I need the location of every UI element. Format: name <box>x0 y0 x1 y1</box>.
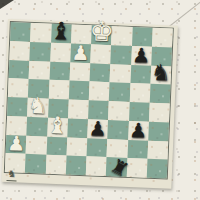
square-c5[interactable] <box>48 80 69 100</box>
square-d2[interactable] <box>66 137 87 157</box>
square-a6[interactable] <box>9 60 30 80</box>
square-f6[interactable] <box>110 64 131 84</box>
square-a8[interactable] <box>10 22 31 42</box>
square-c2[interactable] <box>46 136 67 156</box>
square-f4[interactable] <box>108 101 129 121</box>
square-c7[interactable] <box>50 42 71 62</box>
square-a7[interactable] <box>9 41 30 61</box>
square-g7[interactable]: ♟ <box>131 46 152 66</box>
piece-white-pawn[interactable]: ♟ <box>7 133 26 154</box>
square-g2[interactable] <box>127 139 148 159</box>
square-g3[interactable]: ♟ <box>128 121 149 141</box>
photo-corner-shadow <box>0 0 14 9</box>
square-h4[interactable] <box>149 103 170 123</box>
square-e8[interactable]: ♚ <box>91 25 112 45</box>
piece-white-king[interactable]: ♚ <box>89 17 114 45</box>
piece-black-knight[interactable]: ♞ <box>151 62 172 85</box>
piece-white-bishop[interactable]: ♝ <box>47 113 69 137</box>
square-b4[interactable]: ♞ <box>27 98 48 118</box>
square-f8[interactable] <box>111 26 132 46</box>
square-c1[interactable] <box>45 155 66 175</box>
square-a5[interactable] <box>8 78 29 98</box>
square-c8[interactable]: ♝ <box>51 24 72 44</box>
piece-black-bishop[interactable]: ♝ <box>50 18 72 43</box>
square-f1[interactable]: ♜ <box>106 157 127 177</box>
square-b1[interactable] <box>25 154 46 174</box>
logo-text-line <box>6 180 16 182</box>
board-grid: ♝♚♟♟♞♞♝♟♟♟♜ <box>5 22 173 178</box>
square-b6[interactable] <box>29 60 50 80</box>
square-h5[interactable] <box>150 84 171 104</box>
square-a2[interactable]: ♟ <box>6 135 27 155</box>
piece-white-knight[interactable]: ♞ <box>28 95 49 118</box>
board-maker-logo: ♞ <box>6 169 16 182</box>
square-d7[interactable]: ♟ <box>70 43 91 63</box>
square-h6[interactable]: ♞ <box>150 65 171 85</box>
square-b2[interactable] <box>26 135 47 155</box>
square-f3[interactable] <box>108 120 129 140</box>
square-f5[interactable] <box>109 82 130 102</box>
square-d4[interactable] <box>68 99 89 119</box>
square-f7[interactable] <box>111 45 132 65</box>
knight-logo-icon: ♞ <box>7 169 17 179</box>
square-d5[interactable] <box>69 81 90 101</box>
square-b8[interactable] <box>30 23 51 43</box>
piece-black-pawn[interactable]: ♟ <box>132 45 151 66</box>
square-b3[interactable] <box>27 117 48 137</box>
square-c3[interactable]: ♝ <box>47 117 68 137</box>
square-d6[interactable] <box>69 62 90 82</box>
square-h1[interactable] <box>146 159 167 179</box>
photo-background: ♝♚♟♟♞♞♝♟♟♟♜ ♞ <box>0 0 200 200</box>
square-h3[interactable] <box>148 121 169 141</box>
square-c6[interactable] <box>49 61 70 81</box>
square-e5[interactable] <box>89 82 110 102</box>
square-a4[interactable] <box>7 97 28 117</box>
square-e7[interactable] <box>90 44 111 64</box>
square-e1[interactable] <box>86 157 107 177</box>
square-h8[interactable] <box>152 28 173 48</box>
square-e3[interactable]: ♟ <box>87 119 108 139</box>
square-e6[interactable] <box>90 63 111 83</box>
square-d3[interactable] <box>67 118 88 138</box>
square-g6[interactable] <box>130 64 151 84</box>
square-b7[interactable] <box>30 42 51 62</box>
square-d1[interactable] <box>66 156 87 176</box>
chess-board: ♝♚♟♟♞♞♝♟♟♟♜ ♞ <box>1 19 177 189</box>
piece-black-pawn[interactable]: ♟ <box>129 119 148 140</box>
square-e2[interactable] <box>87 138 108 158</box>
square-h2[interactable] <box>147 140 168 160</box>
piece-black-pawn[interactable]: ♟ <box>88 118 107 139</box>
square-g5[interactable] <box>129 83 150 103</box>
piece-white-pawn[interactable]: ♟ <box>71 42 90 63</box>
